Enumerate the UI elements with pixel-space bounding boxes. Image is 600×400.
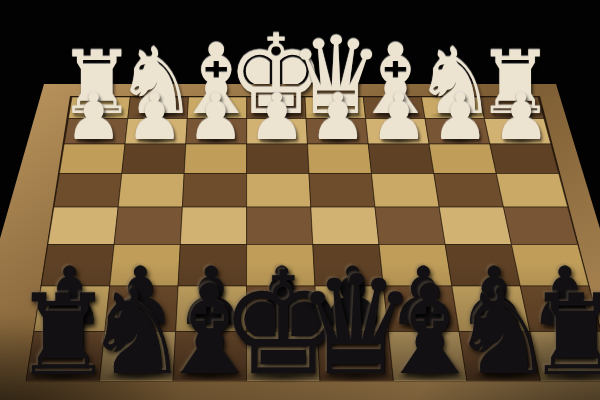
- square-c5[interactable]: [375, 207, 445, 244]
- piece-white-pawn-b2[interactable]: ♟: [431, 85, 488, 149]
- piece-white-pawn-c2[interactable]: ♟: [370, 85, 427, 149]
- square-c4[interactable]: [372, 174, 440, 208]
- piece-white-pawn-a2[interactable]: ♟: [492, 85, 549, 149]
- square-e4[interactable]: [247, 174, 311, 208]
- square-a4[interactable]: [496, 174, 567, 208]
- square-h4[interactable]: [54, 174, 122, 208]
- piece-white-pawn-f2[interactable]: ♟: [187, 85, 244, 149]
- piece-white-pawn-h2[interactable]: ♟: [65, 85, 122, 149]
- square-a5[interactable]: [504, 207, 578, 244]
- square-g5[interactable]: [114, 207, 182, 244]
- square-g4[interactable]: [118, 174, 184, 208]
- piece-white-pawn-e2[interactable]: ♟: [248, 85, 305, 149]
- chess-photo-stage: ♜♞♝♚♛♝♞♜♟♟♟♟♟♟♟♟♟♟♟♟♟♟♟♟♜♞♝♚♛♝♞♜: [0, 0, 600, 400]
- square-d4[interactable]: [309, 174, 375, 208]
- square-b5[interactable]: [439, 207, 511, 244]
- square-e5[interactable]: [247, 207, 313, 244]
- square-d5[interactable]: [311, 207, 379, 244]
- square-f5[interactable]: [180, 207, 246, 244]
- square-b4[interactable]: [434, 174, 504, 208]
- square-h5[interactable]: [48, 207, 118, 244]
- square-f4[interactable]: [182, 174, 246, 208]
- piece-white-pawn-g2[interactable]: ♟: [126, 85, 183, 149]
- piece-black-rook-a8[interactable]: ♜: [526, 279, 600, 391]
- piece-white-pawn-d2[interactable]: ♟: [309, 85, 366, 149]
